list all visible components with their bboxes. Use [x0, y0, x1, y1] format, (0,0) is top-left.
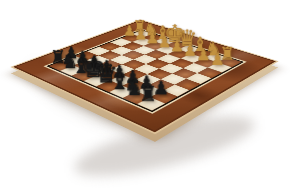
piece-white-pawn[interactable]: ♟ [170, 39, 184, 54]
piece-black-rook[interactable]: ♜ [139, 83, 158, 104]
piece-white-pawn[interactable]: ♟ [210, 51, 225, 67]
piece-white-pawn[interactable]: ♟ [183, 43, 197, 59]
squares-grid: ♜♞♝♚♛♝♞♜♟♟♟♟♟♟♟♟♟♟♟♟♟♟♟♟♜♞♝♚♛♝♞♜ [49, 30, 241, 110]
chess-set-photo: ♜♞♝♚♛♝♞♜♟♟♟♟♟♟♟♟♟♟♟♟♟♟♟♟♜♞♝♚♛♝♞♜ [0, 0, 290, 195]
perspective-scene: ♜♞♝♚♛♝♞♜♟♟♟♟♟♟♟♟♟♟♟♟♟♟♟♟♜♞♝♚♛♝♞♜ [0, 0, 290, 195]
piece-white-pawn[interactable]: ♟ [196, 47, 210, 63]
square-a8[interactable]: ♜ [137, 97, 165, 110]
chess-board: ♜♞♝♚♛♝♞♜♟♟♟♟♟♟♟♟♟♟♟♟♟♟♟♟♜♞♝♚♛♝♞♜ [10, 19, 278, 134]
